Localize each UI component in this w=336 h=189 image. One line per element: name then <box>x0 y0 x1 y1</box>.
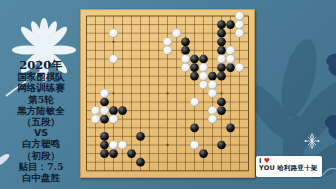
white-stone <box>163 37 172 46</box>
black-stone <box>100 141 109 150</box>
black-stone <box>226 20 235 29</box>
black-stone <box>109 149 118 158</box>
star-point <box>220 92 222 94</box>
black-stone <box>217 98 226 107</box>
white-stone <box>172 29 181 38</box>
white-stone <box>208 89 217 98</box>
panel-line: 白中盘胜 <box>0 172 82 183</box>
panel-line: 国家围棋队 <box>0 71 82 82</box>
black-stone <box>181 46 190 55</box>
white-stone <box>208 115 217 124</box>
white-stone <box>181 55 190 64</box>
black-stone <box>190 63 199 72</box>
white-swish <box>322 168 336 176</box>
panel-line: VS <box>0 127 82 138</box>
white-stone <box>199 63 208 72</box>
black-stone <box>190 123 199 132</box>
black-stone <box>217 63 226 72</box>
white-stone <box>91 106 100 115</box>
panel-line: 白方翟鸣 <box>0 138 82 149</box>
white-stone <box>199 72 208 81</box>
black-stone <box>100 115 109 124</box>
white-stone <box>235 20 244 29</box>
white-stone <box>163 46 172 55</box>
white-stone <box>208 106 217 115</box>
go-board-svg[interactable] <box>80 9 255 178</box>
white-stone <box>235 12 244 21</box>
black-stone <box>127 149 136 158</box>
watermark-badge: I ♥ YOU 哈利路亚十架 <box>256 156 322 177</box>
star-point <box>112 41 114 43</box>
starburst-flower <box>305 134 320 149</box>
white-stone <box>190 98 199 107</box>
black-stone <box>136 158 145 167</box>
watermark-line2: YOU 哈利路亚十架 <box>259 165 322 172</box>
white-stone <box>118 141 127 150</box>
panel-line: 贴目：7.5 <box>0 161 82 172</box>
black-stone <box>217 72 226 81</box>
white-stone <box>100 89 109 98</box>
title-panel: 2020年国家围棋队网络训练赛第5轮黑方陆敏全（五段）VS白方翟鸣（初段）贴目：… <box>0 60 82 183</box>
star-point <box>112 92 114 94</box>
panel-line: 2020年 <box>0 60 82 71</box>
panel-line: 网络训练赛 <box>0 82 82 93</box>
white-stone <box>109 55 118 64</box>
black-stone <box>199 149 208 158</box>
black-stone <box>190 72 199 81</box>
black-stone <box>226 63 235 72</box>
white-stone <box>208 80 217 89</box>
white-stone <box>109 141 118 150</box>
white-stone <box>235 63 244 72</box>
white-stone <box>100 106 109 115</box>
black-stone <box>199 55 208 64</box>
black-stone <box>100 149 109 158</box>
white-stone <box>109 115 118 124</box>
star-point <box>166 144 168 146</box>
panel-line: 第5轮 <box>0 94 82 105</box>
black-stone <box>217 37 226 46</box>
black-stone <box>109 106 118 115</box>
black-stone <box>217 29 226 38</box>
white-stone <box>226 46 235 55</box>
white-stone <box>199 80 208 89</box>
black-stone <box>100 132 109 141</box>
screenshot-stage: 2020年国家围棋队网络训练赛第5轮黑方陆敏全（五段）VS白方翟鸣（初段）贴目：… <box>0 0 336 189</box>
white-stone <box>226 55 235 64</box>
white-stone <box>217 55 226 64</box>
white-stone <box>91 115 100 124</box>
black-stone <box>136 132 145 141</box>
white-stone <box>190 141 199 150</box>
black-stone <box>217 20 226 29</box>
black-stone <box>217 141 226 150</box>
white-stone <box>181 63 190 72</box>
right-edge-ornament <box>323 52 336 143</box>
black-stone <box>217 106 226 115</box>
panel-line: 黑方陆敏全 <box>0 105 82 116</box>
black-stone <box>217 46 226 55</box>
panel-line: （五段） <box>0 116 82 127</box>
black-stone <box>208 72 217 81</box>
black-stone <box>100 98 109 107</box>
black-stone <box>181 37 190 46</box>
panel-line: （初段） <box>0 150 82 161</box>
go-board[interactable] <box>80 9 255 178</box>
black-stone <box>226 123 235 132</box>
white-stone <box>235 29 244 38</box>
black-stone <box>118 106 127 115</box>
white-stone <box>109 29 118 38</box>
star-point <box>166 92 168 94</box>
black-stone <box>190 55 199 64</box>
